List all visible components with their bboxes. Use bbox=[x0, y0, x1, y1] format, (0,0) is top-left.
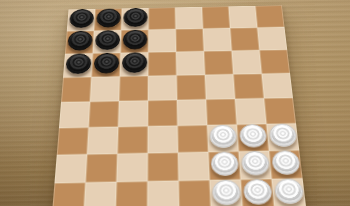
square-f6[interactable] bbox=[204, 51, 233, 75]
square-g5[interactable] bbox=[233, 74, 264, 99]
square-a5[interactable] bbox=[61, 77, 91, 102]
square-e6[interactable] bbox=[176, 51, 205, 75]
square-a4[interactable] bbox=[59, 102, 90, 128]
black-checker-piece[interactable] bbox=[93, 53, 119, 74]
square-g6[interactable] bbox=[232, 50, 262, 74]
square-d6[interactable] bbox=[148, 52, 176, 76]
square-e2[interactable] bbox=[178, 152, 210, 181]
square-d4[interactable] bbox=[148, 100, 178, 126]
square-d3[interactable] bbox=[148, 126, 178, 153]
black-checker-piece[interactable] bbox=[96, 8, 121, 27]
square-h7[interactable] bbox=[257, 27, 287, 50]
square-e3[interactable] bbox=[177, 125, 208, 152]
square-f8[interactable] bbox=[202, 6, 230, 28]
white-checker-piece[interactable] bbox=[242, 179, 272, 205]
white-checker-piece[interactable] bbox=[211, 180, 241, 206]
black-checker-piece[interactable] bbox=[121, 52, 147, 73]
square-a8[interactable] bbox=[67, 9, 95, 31]
square-g8[interactable] bbox=[229, 6, 258, 28]
square-e1[interactable] bbox=[179, 180, 211, 206]
square-d1[interactable] bbox=[147, 181, 179, 206]
square-b3[interactable] bbox=[87, 127, 118, 154]
white-checker-piece[interactable] bbox=[273, 178, 304, 204]
white-checker-piece[interactable] bbox=[268, 123, 297, 147]
square-g3[interactable] bbox=[237, 124, 269, 151]
square-h8[interactable] bbox=[255, 5, 284, 27]
square-g7[interactable] bbox=[230, 28, 259, 51]
square-a2[interactable] bbox=[54, 154, 87, 183]
black-checker-piece[interactable] bbox=[65, 53, 92, 74]
square-c1[interactable] bbox=[116, 181, 148, 206]
square-a7[interactable] bbox=[65, 31, 94, 54]
square-f2[interactable] bbox=[208, 151, 240, 180]
square-f3[interactable] bbox=[207, 125, 239, 152]
white-checker-piece[interactable] bbox=[271, 150, 301, 175]
square-c7[interactable] bbox=[121, 30, 149, 53]
square-h5[interactable] bbox=[262, 73, 293, 98]
square-b7[interactable] bbox=[93, 30, 121, 53]
wooden-table-background bbox=[0, 0, 350, 206]
square-a6[interactable] bbox=[63, 53, 93, 77]
square-c6[interactable] bbox=[120, 52, 149, 76]
square-g2[interactable] bbox=[239, 151, 272, 180]
square-h6[interactable] bbox=[259, 50, 290, 74]
square-d7[interactable] bbox=[148, 29, 176, 52]
square-e4[interactable] bbox=[177, 99, 207, 125]
square-f1[interactable] bbox=[210, 180, 243, 206]
square-c2[interactable] bbox=[117, 153, 148, 182]
checkers-board[interactable] bbox=[52, 5, 306, 206]
square-c5[interactable] bbox=[119, 76, 148, 101]
square-g1[interactable] bbox=[241, 179, 275, 206]
white-checker-piece[interactable] bbox=[238, 124, 267, 148]
square-f5[interactable] bbox=[205, 74, 235, 99]
black-checker-piece[interactable] bbox=[68, 9, 93, 28]
square-e7[interactable] bbox=[176, 29, 204, 52]
square-c3[interactable] bbox=[117, 126, 147, 153]
white-checker-piece[interactable] bbox=[209, 125, 237, 149]
square-a1[interactable] bbox=[52, 183, 85, 206]
white-checker-piece[interactable] bbox=[210, 151, 239, 176]
black-checker-piece[interactable] bbox=[122, 30, 147, 50]
square-g4[interactable] bbox=[235, 98, 266, 124]
square-h3[interactable] bbox=[266, 123, 299, 150]
square-h4[interactable] bbox=[264, 98, 296, 124]
white-checker-piece[interactable] bbox=[240, 151, 269, 176]
square-h2[interactable] bbox=[269, 150, 303, 179]
square-f7[interactable] bbox=[203, 28, 232, 51]
square-e8[interactable] bbox=[175, 7, 203, 29]
black-checker-piece[interactable] bbox=[94, 30, 119, 50]
square-e5[interactable] bbox=[177, 75, 206, 100]
square-d8[interactable] bbox=[148, 7, 175, 29]
square-c4[interactable] bbox=[118, 101, 148, 127]
square-b1[interactable] bbox=[84, 182, 117, 206]
square-b8[interactable] bbox=[94, 8, 122, 30]
square-b6[interactable] bbox=[91, 53, 120, 77]
square-c8[interactable] bbox=[121, 8, 148, 30]
black-checker-piece[interactable] bbox=[67, 31, 93, 51]
square-b5[interactable] bbox=[90, 76, 120, 101]
square-d5[interactable] bbox=[148, 75, 177, 100]
square-a3[interactable] bbox=[57, 127, 89, 155]
square-b2[interactable] bbox=[85, 154, 117, 183]
square-f4[interactable] bbox=[206, 99, 237, 125]
square-d2[interactable] bbox=[148, 153, 179, 182]
square-h1[interactable] bbox=[272, 178, 307, 206]
square-b4[interactable] bbox=[89, 101, 119, 127]
black-checker-piece[interactable] bbox=[123, 8, 147, 27]
board-perspective-wrapper bbox=[59, 0, 296, 206]
